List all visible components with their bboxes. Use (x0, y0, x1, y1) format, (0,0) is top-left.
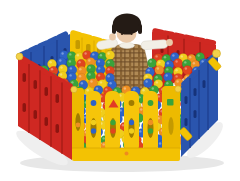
panel-hole (45, 87, 49, 96)
ball-in-slot (110, 128, 115, 133)
ball-highlight (79, 68, 81, 70)
corner-knob (213, 50, 221, 58)
ball-highlight (107, 75, 109, 77)
ball-highlight (59, 59, 61, 61)
ball-highlight (79, 75, 81, 77)
ball-highlight (175, 69, 177, 71)
ball-highlight (140, 108, 142, 110)
ball-highlight (103, 143, 105, 145)
child-hair-side (138, 24, 142, 34)
ball-highlight (78, 61, 80, 63)
ball-highlight (193, 62, 195, 64)
ball-highlight (71, 81, 73, 83)
ball-highlight (77, 54, 79, 56)
ball-in-slot (91, 120, 96, 125)
gate-hole-ball (91, 100, 97, 106)
panel-hole (34, 110, 38, 119)
panel-hole (45, 117, 49, 126)
ball-highlight (145, 80, 147, 82)
panel-hole (23, 73, 27, 82)
gate-latch-dot (125, 152, 129, 156)
ball-highlight (124, 87, 126, 89)
panel-hole (194, 88, 197, 96)
ball-highlight (175, 75, 177, 77)
ball-highlight (107, 68, 109, 70)
ball-highlight (107, 61, 109, 63)
ball-highlight (98, 60, 100, 62)
ball-highlight (49, 61, 51, 63)
ball-highlight (87, 89, 89, 91)
ball-highlight (88, 59, 90, 61)
child-hand-right (166, 39, 173, 46)
child-eye (130, 33, 132, 35)
ball-highlight (165, 74, 167, 76)
ball-highlight (61, 52, 63, 54)
ball-highlight (155, 55, 157, 57)
ball-highlight (51, 68, 53, 70)
ball-highlight (98, 67, 100, 69)
ball-highlight (156, 81, 158, 83)
ball-highlight (109, 82, 111, 84)
ball-highlight (181, 55, 183, 57)
panel-hole (203, 80, 206, 88)
ball-highlight (172, 54, 174, 56)
ball-highlight (166, 82, 168, 84)
ball-in-slot (129, 128, 134, 133)
ball-highlight (155, 76, 157, 78)
ball-highlight (145, 75, 147, 77)
ball-in-slot (148, 120, 153, 125)
ball (143, 79, 152, 88)
child-collar (120, 43, 135, 49)
ball-highlight (100, 81, 102, 83)
ball-highlight (84, 52, 86, 54)
ball-highlight (147, 69, 149, 71)
ball-highlight (88, 73, 90, 75)
ball-in-slot (91, 128, 96, 133)
ball-highlight (139, 130, 141, 132)
gate-hole (129, 100, 135, 106)
ball-highlight (92, 53, 94, 55)
ball-highlight (96, 87, 98, 89)
ball-highlight (197, 54, 199, 56)
child-hair (113, 14, 141, 35)
ball-highlight (98, 74, 100, 76)
panel-hole (56, 124, 60, 133)
gate-slot (75, 113, 80, 131)
ball-highlight (81, 82, 83, 84)
ball (173, 59, 182, 68)
panel-hole (185, 96, 188, 104)
corner-knob (71, 86, 77, 92)
ball-highlight (90, 80, 92, 82)
ball-highlight (100, 54, 102, 56)
ball (105, 51, 114, 60)
ball (183, 66, 192, 75)
ball-in-slot (76, 123, 81, 128)
ball-highlight (176, 80, 178, 82)
ball-highlight (133, 88, 135, 90)
panel-front-gate-yellow (71, 86, 181, 161)
ball-highlight (175, 60, 177, 62)
panel-hole (185, 118, 188, 126)
ball-in-slot (148, 128, 153, 133)
ball-highlight (189, 56, 191, 58)
photo-canvas (0, 0, 240, 181)
ball-highlight (69, 74, 71, 76)
panel-hole (194, 110, 197, 118)
ball-highlight (60, 66, 62, 68)
corner-knob (175, 86, 181, 92)
ball-highlight (184, 61, 186, 63)
child-hand-left (109, 34, 116, 41)
ball-highlight (149, 60, 151, 62)
ball-in-slot (129, 120, 134, 125)
gate-hole-ball (148, 100, 154, 106)
ball (147, 59, 156, 68)
ball-highlight (167, 62, 169, 64)
ball-highlight (157, 67, 159, 69)
corner-knob (16, 53, 23, 60)
ball-highlight (122, 124, 124, 126)
ball-highlight (69, 53, 71, 55)
ball (155, 66, 164, 75)
ball-highlight (69, 60, 71, 62)
square-shape (167, 99, 174, 106)
ball-highlight (89, 66, 91, 68)
ball-highlight (185, 67, 187, 69)
ball-highlight (70, 67, 72, 69)
ball-highlight (107, 52, 109, 54)
ball-highlight (164, 56, 166, 58)
ball-highlight (142, 89, 144, 91)
ball-highlight (103, 137, 105, 139)
ball-highlight (166, 68, 168, 70)
ball-highlight (60, 73, 62, 75)
ball-in-slot (110, 120, 115, 125)
ball-highlight (159, 142, 161, 144)
child-hair-side (112, 24, 116, 34)
ball-highlight (152, 87, 154, 89)
child-arm-right (141, 40, 169, 50)
panel-slot (76, 40, 81, 49)
panel-hole (56, 94, 60, 103)
ball-highlight (158, 61, 160, 63)
ball-highlight (84, 116, 86, 118)
panel-hole (34, 80, 38, 89)
child-eye (121, 33, 123, 35)
ball-highlight (105, 88, 107, 90)
panel-hole (23, 103, 27, 112)
gate-slot (168, 117, 173, 135)
ballpit-scene (0, 0, 240, 181)
